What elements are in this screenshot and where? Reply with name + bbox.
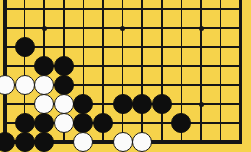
black-stone[interactable]: [34, 56, 54, 76]
black-stone[interactable]: [152, 94, 172, 114]
black-stone[interactable]: [93, 113, 113, 133]
black-stone[interactable]: [171, 113, 191, 133]
black-stone[interactable]: [0, 132, 15, 152]
black-stone[interactable]: [34, 113, 54, 133]
white-stone[interactable]: [113, 132, 133, 152]
black-stone[interactable]: [34, 132, 54, 152]
black-stone[interactable]: [73, 94, 93, 114]
black-stone[interactable]: [54, 56, 74, 76]
black-stone[interactable]: [73, 113, 93, 133]
white-stone[interactable]: [132, 132, 152, 152]
white-stone[interactable]: [15, 75, 35, 95]
black-stone[interactable]: [132, 94, 152, 114]
black-stone[interactable]: [113, 94, 133, 114]
white-stone[interactable]: [54, 94, 74, 114]
black-stone[interactable]: [15, 132, 35, 152]
go-board[interactable]: [0, 0, 251, 152]
white-stone[interactable]: [73, 132, 93, 152]
white-stone[interactable]: [34, 94, 54, 114]
black-stone[interactable]: [15, 37, 35, 57]
black-stone[interactable]: [15, 113, 35, 133]
black-stone[interactable]: [54, 75, 74, 95]
stones-layer: [0, 0, 250, 152]
white-stone[interactable]: [0, 75, 15, 95]
white-stone[interactable]: [54, 113, 74, 133]
white-stone[interactable]: [34, 75, 54, 95]
